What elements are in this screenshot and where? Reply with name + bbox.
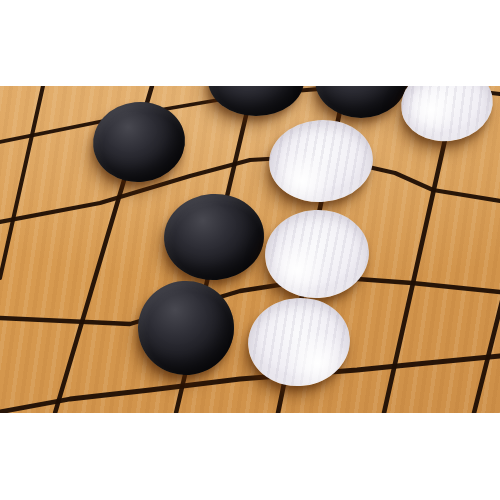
stone-black — [89, 97, 189, 186]
go-board-photo — [0, 0, 500, 500]
letterbox-top — [0, 0, 500, 86]
stone-white — [266, 116, 377, 207]
stone-white — [244, 293, 355, 391]
stone-black — [161, 191, 267, 284]
stone-black — [135, 278, 237, 378]
stone-white — [262, 206, 372, 301]
letterbox-bottom — [0, 413, 500, 500]
